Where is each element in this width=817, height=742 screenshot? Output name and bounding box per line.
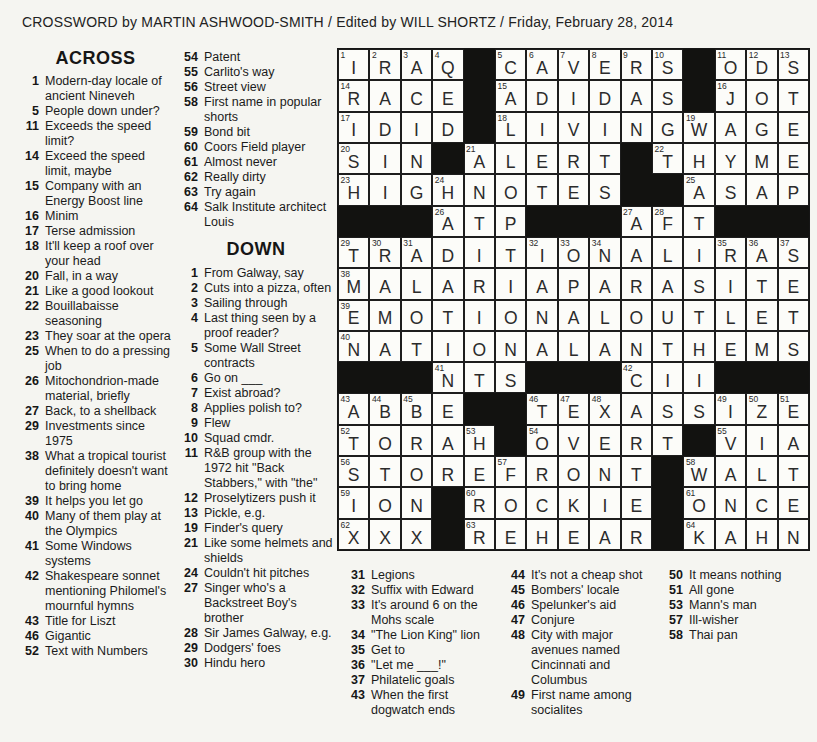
grid-cell[interactable]: 26A — [432, 206, 463, 237]
cell-number: 44 — [372, 394, 381, 404]
grid-cell[interactable]: 10S — [652, 49, 683, 80]
grid-cell[interactable]: I — [369, 143, 400, 174]
grid-cell[interactable]: A — [746, 174, 777, 205]
grid-cell[interactable]: L — [589, 300, 620, 331]
across-clues-main: 1Modern-day locale of ancient Nineveh5Pe… — [18, 74, 173, 659]
grid-cell[interactable]: 37S — [778, 237, 809, 268]
grid-cell[interactable]: N — [401, 487, 432, 518]
clue-text: Investments since 1975 — [45, 419, 173, 449]
grid-cell[interactable]: 35R — [715, 237, 746, 268]
clue-number: 58 — [177, 95, 198, 125]
grid-cell[interactable]: 3A — [401, 49, 432, 80]
grid-cell[interactable]: G — [746, 112, 777, 143]
cell-letter: H — [347, 185, 360, 203]
grid-cell[interactable]: T — [589, 143, 620, 174]
crossword-grid: 1I2R3A4Q5C6A7V8E9R10S11O12D13S14RACE15AD… — [337, 48, 810, 551]
grid-cell[interactable]: 60R — [464, 487, 495, 518]
grid-cell[interactable]: 18L — [495, 112, 526, 143]
block-cell — [526, 362, 557, 393]
grid-cell[interactable]: T — [746, 268, 777, 299]
grid-cell[interactable]: I — [401, 112, 432, 143]
grid-cell[interactable]: S — [715, 174, 746, 205]
grid-cell[interactable]: A — [589, 331, 620, 362]
grid-cell[interactable]: O — [369, 487, 400, 518]
cell-letter: L — [726, 310, 736, 328]
grid-cell[interactable]: 53H — [464, 425, 495, 456]
grid-cell[interactable]: O — [401, 456, 432, 487]
grid-cell[interactable]: 51E — [778, 393, 809, 424]
grid-cell[interactable]: A — [589, 519, 620, 550]
grid-cell[interactable]: 22T — [652, 143, 683, 174]
grid-cell[interactable]: 12D — [746, 49, 777, 80]
grid-cell[interactable]: R — [432, 456, 463, 487]
grid-cell[interactable]: I — [432, 331, 463, 362]
grid-cell[interactable]: S — [778, 331, 809, 362]
grid-cell[interactable]: A — [621, 237, 652, 268]
cell-letter: M — [755, 154, 770, 172]
grid-cell[interactable]: A — [715, 112, 746, 143]
grid-cell[interactable]: E — [495, 519, 526, 550]
grid-cell[interactable]: I — [589, 112, 620, 143]
clue-item: 29Dodgers' foes — [177, 641, 335, 656]
cell-letter: X — [599, 404, 611, 422]
grid-cell[interactable]: N — [589, 456, 620, 487]
block-cell — [778, 206, 809, 237]
grid-cell[interactable]: T — [778, 456, 809, 487]
grid-cell[interactable]: M — [746, 143, 777, 174]
grid-cell[interactable]: N — [526, 300, 557, 331]
grid-cell[interactable]: I — [495, 268, 526, 299]
grid-cell[interactable]: O — [746, 80, 777, 111]
grid-cell[interactable]: O — [621, 300, 652, 331]
grid-cell[interactable]: 24H — [432, 174, 463, 205]
cell-letter: I — [351, 60, 356, 78]
cell-letter: H — [693, 342, 706, 360]
grid-cell[interactable]: N — [495, 331, 526, 362]
grid-cell[interactable]: A — [369, 80, 400, 111]
grid-cell[interactable]: H — [746, 519, 777, 550]
clue-text: Ill-wisher — [689, 613, 738, 628]
grid-cell[interactable]: I — [683, 237, 714, 268]
cell-letter: E — [442, 91, 454, 109]
grid-cell[interactable]: L — [746, 456, 777, 487]
grid-cell[interactable]: 16J — [715, 80, 746, 111]
grid-cell[interactable]: O — [558, 456, 589, 487]
grid-cell[interactable]: 13S — [778, 49, 809, 80]
grid-cell[interactable]: 36A — [746, 237, 777, 268]
grid-cell[interactable]: R — [526, 456, 557, 487]
grid-cell[interactable]: E — [715, 331, 746, 362]
grid-cell[interactable]: T — [401, 331, 432, 362]
grid-cell[interactable]: T — [495, 237, 526, 268]
grid-cell[interactable]: T — [683, 300, 714, 331]
grid-cell[interactable]: 39E — [338, 300, 369, 331]
grid-cell[interactable]: E — [746, 300, 777, 331]
grid-cell[interactable]: T — [683, 206, 714, 237]
cell-letter: T — [662, 342, 673, 360]
clue-item: 39It helps you let go — [18, 494, 173, 509]
grid-cell[interactable]: R — [621, 425, 652, 456]
clue-text: Cuts into a pizza, often — [204, 281, 331, 296]
grid-cell[interactable]: Y — [715, 143, 746, 174]
clue-text: Some Windows systems — [45, 539, 173, 569]
grid-cell[interactable]: S — [683, 393, 714, 424]
grid-cell[interactable]: 58W — [683, 456, 714, 487]
cell-letter: T — [631, 467, 642, 485]
grid-cell[interactable]: I — [526, 112, 557, 143]
grid-cell[interactable]: H — [526, 519, 557, 550]
grid-cell[interactable]: C — [526, 487, 557, 518]
cell-number: 12 — [749, 50, 758, 60]
clue-item: 49First name among socialites — [504, 688, 663, 718]
grid-cell[interactable]: 40N — [338, 331, 369, 362]
grid-cell[interactable]: 28F — [652, 206, 683, 237]
grid-cell[interactable]: 48X — [589, 393, 620, 424]
clue-number: 29 — [177, 641, 198, 656]
grid-cell[interactable]: N — [464, 174, 495, 205]
clue-item: 13Pickle, e.g. — [177, 506, 335, 521]
clue-text: Try again — [204, 185, 256, 200]
clue-number: 35 — [344, 643, 365, 658]
grid-cell[interactable]: S — [652, 80, 683, 111]
grid-cell[interactable]: T — [432, 300, 463, 331]
clue-item: 44It's not a cheap shot — [504, 568, 663, 583]
cell-letter: E — [725, 342, 737, 360]
grid-cell[interactable]: 52T — [338, 425, 369, 456]
cell-number: 13 — [780, 50, 789, 60]
grid-cell[interactable]: R — [401, 425, 432, 456]
cell-letter: O — [504, 310, 518, 328]
block-cell — [778, 362, 809, 393]
cell-letter: H — [442, 185, 455, 203]
grid-cell[interactable]: 20S — [338, 143, 369, 174]
block-cell — [432, 143, 463, 174]
grid-cell[interactable]: 30R — [369, 237, 400, 268]
grid-cell[interactable]: L — [715, 300, 746, 331]
grid-cell[interactable]: E — [589, 425, 620, 456]
clue-item: 61Almost never — [177, 155, 335, 170]
cell-letter: D — [536, 91, 549, 109]
grid-cell[interactable]: N — [401, 143, 432, 174]
grid-cell[interactable]: 11O — [715, 49, 746, 80]
cell-letter: T — [505, 248, 516, 266]
grid-cell[interactable]: 46T — [526, 393, 557, 424]
grid-cell[interactable]: I — [369, 174, 400, 205]
cell-letter: T — [694, 216, 705, 234]
grid-cell[interactable]: E — [558, 174, 589, 205]
cell-letter: Z — [757, 404, 768, 422]
grid-cell[interactable]: O — [495, 300, 526, 331]
grid-cell[interactable]: 21A — [464, 143, 495, 174]
block-cell — [652, 456, 683, 487]
grid-cell[interactable]: P — [495, 206, 526, 237]
grid-cell[interactable]: P — [558, 268, 589, 299]
down-clues-col2: 31Legions32Suffix with Edward33It's arou… — [344, 568, 497, 718]
grid-cell[interactable]: K — [558, 487, 589, 518]
grid-cell[interactable]: 43A — [338, 393, 369, 424]
cell-letter: I — [728, 404, 733, 422]
grid-cell[interactable]: A — [526, 331, 557, 362]
grid-cell[interactable]: 2R — [369, 49, 400, 80]
bottom-middle-column: 44It's not a cheap shot45Bombers' locale… — [504, 568, 663, 718]
grid-cell[interactable]: D — [432, 237, 463, 268]
grid-cell[interactable]: 9R — [621, 49, 652, 80]
grid-cell[interactable]: S — [495, 362, 526, 393]
clue-number: 23 — [18, 329, 39, 344]
grid-cell[interactable]: 41N — [432, 362, 463, 393]
cell-number: 3 — [403, 50, 408, 60]
grid-cell[interactable]: L — [652, 237, 683, 268]
grid-cell[interactable]: A — [369, 331, 400, 362]
grid-cell[interactable]: X — [369, 519, 400, 550]
grid-cell[interactable]: V — [558, 112, 589, 143]
grid-cell[interactable]: X — [401, 519, 432, 550]
grid-cell[interactable]: R — [621, 519, 652, 550]
grid-cell[interactable]: O — [464, 331, 495, 362]
grid-cell[interactable]: L — [558, 331, 589, 362]
grid-cell[interactable]: S — [589, 174, 620, 205]
cell-letter: E — [787, 154, 799, 172]
grid-cell[interactable]: E — [558, 519, 589, 550]
cell-letter: S — [662, 404, 674, 422]
grid-cell[interactable]: E — [526, 143, 557, 174]
grid-cell[interactable]: T — [652, 331, 683, 362]
cell-letter: N — [599, 467, 612, 485]
grid-cell[interactable]: E — [778, 487, 809, 518]
grid-cell[interactable]: 50Z — [746, 393, 777, 424]
grid-cell[interactable]: T — [621, 456, 652, 487]
cell-letter: A — [348, 404, 360, 422]
clue-number: 9 — [177, 416, 198, 431]
cell-letter: X — [348, 530, 360, 548]
grid-cell[interactable]: L — [495, 143, 526, 174]
grid-cell[interactable]: N — [621, 112, 652, 143]
grid-cell[interactable]: 7V — [558, 49, 589, 80]
grid-cell[interactable]: 27A — [621, 206, 652, 237]
grid-cell[interactable]: 17I — [338, 112, 369, 143]
grid-cell[interactable]: 49I — [715, 393, 746, 424]
grid-cell[interactable]: 45B — [401, 393, 432, 424]
cell-letter: T — [537, 185, 548, 203]
clue-text: Shakespeare sonnet mentioning Philomel's… — [45, 569, 173, 614]
grid-cell[interactable]: M — [746, 331, 777, 362]
cell-number: 46 — [529, 394, 538, 404]
grid-cell[interactable]: G — [401, 174, 432, 205]
grid-cell[interactable]: E — [432, 393, 463, 424]
cell-letter: S — [725, 185, 737, 203]
clue-text: Conjure — [531, 613, 575, 628]
grid-cell[interactable]: T — [778, 80, 809, 111]
grid-cell[interactable]: 62X — [338, 519, 369, 550]
grid-cell[interactable]: 29T — [338, 237, 369, 268]
grid-cell[interactable]: 38M — [338, 268, 369, 299]
grid-cell[interactable]: A — [432, 268, 463, 299]
grid-cell[interactable]: E — [778, 143, 809, 174]
cell-letter: T — [537, 404, 548, 422]
grid-cell[interactable]: T — [464, 206, 495, 237]
grid-cell[interactable]: T — [526, 174, 557, 205]
grid-cell[interactable]: T — [652, 425, 683, 456]
grid-cell[interactable]: E — [464, 456, 495, 487]
grid-cell[interactable]: A — [778, 425, 809, 456]
grid-cell[interactable]: 25A — [683, 174, 714, 205]
cell-letter: R — [473, 530, 486, 548]
cell-number: 60 — [466, 488, 475, 498]
cell-number: 8 — [592, 50, 597, 60]
grid-cell[interactable]: 32I — [526, 237, 557, 268]
block-cell — [683, 49, 714, 80]
grid-cell[interactable]: 1I — [338, 49, 369, 80]
grid-cell[interactable]: S — [652, 393, 683, 424]
clue-text: Singer who's a Backstreet Boy's brother — [204, 581, 335, 626]
grid-cell[interactable]: O — [495, 174, 526, 205]
grid-cell[interactable]: 57F — [495, 456, 526, 487]
clue-number: 48 — [504, 628, 525, 688]
grid-cell[interactable]: S — [683, 268, 714, 299]
grid-cell[interactable]: 5C — [495, 49, 526, 80]
grid-cell[interactable]: I — [715, 268, 746, 299]
grid-cell[interactable]: D — [369, 112, 400, 143]
clue-number: 36 — [344, 658, 365, 673]
clue-text: Some Wall Street contracts — [204, 341, 335, 371]
grid-cell[interactable]: 64K — [683, 519, 714, 550]
grid-cell[interactable]: 54O — [526, 425, 557, 456]
grid-cell[interactable]: 23H — [338, 174, 369, 205]
cell-letter: E — [505, 530, 517, 548]
cell-number: 38 — [341, 269, 350, 279]
clue-text: Exceeds the speed limit? — [45, 119, 173, 149]
grid-cell[interactable]: R — [558, 143, 589, 174]
grid-cell[interactable]: I — [464, 237, 495, 268]
grid-cell[interactable]: A — [558, 300, 589, 331]
grid-cell[interactable]: I — [746, 425, 777, 456]
grid-cell[interactable]: 8E — [589, 49, 620, 80]
grid-cell[interactable]: H — [683, 331, 714, 362]
grid-cell[interactable]: 61O — [683, 487, 714, 518]
grid-cell[interactable]: T — [778, 300, 809, 331]
grid-cell[interactable]: N — [621, 331, 652, 362]
grid-cell[interactable]: H — [683, 143, 714, 174]
grid-cell[interactable]: N — [778, 519, 809, 550]
clue-number: 6 — [177, 371, 198, 386]
grid-cell[interactable]: T — [464, 362, 495, 393]
grid-cell[interactable]: L — [401, 268, 432, 299]
grid-cell[interactable]: 15A — [495, 80, 526, 111]
grid-cell[interactable]: O — [495, 487, 526, 518]
grid-cell[interactable]: 19W — [683, 112, 714, 143]
clue-item: 4Last thing seen by a proof reader? — [177, 311, 335, 341]
cell-letter: N — [410, 498, 423, 516]
grid-cell[interactable]: 33O — [558, 237, 589, 268]
grid-cell[interactable]: V — [558, 425, 589, 456]
clue-item: 6Go on ___ — [177, 371, 335, 386]
grid-cell[interactable]: I — [558, 80, 589, 111]
clue-text: Bombers' locale — [531, 583, 620, 598]
cell-letter: S — [787, 342, 799, 360]
grid-cell[interactable]: A — [589, 268, 620, 299]
grid-cell[interactable]: 6A — [526, 49, 557, 80]
grid-cell[interactable]: A — [715, 519, 746, 550]
grid-cell[interactable]: I — [683, 362, 714, 393]
cell-letter: A — [536, 342, 548, 360]
clue-item: 26Mitochondrion-made material, briefly — [18, 374, 173, 404]
grid-cell[interactable]: 59I — [338, 487, 369, 518]
grid-cell[interactable]: A — [369, 268, 400, 299]
clue-item: 55Carlito's way — [177, 65, 335, 80]
grid-cell[interactable]: A — [621, 393, 652, 424]
clue-number: 37 — [344, 673, 365, 688]
grid-cell[interactable]: P — [778, 174, 809, 205]
clue-text: Flew — [204, 416, 230, 431]
cell-number: 29 — [341, 238, 350, 248]
grid-cell[interactable]: 63R — [464, 519, 495, 550]
grid-cell[interactable]: U — [652, 300, 683, 331]
grid-cell[interactable]: E — [621, 487, 652, 518]
clue-text: Applies polish to? — [204, 401, 302, 416]
cell-letter: E — [473, 467, 485, 485]
grid-cell[interactable]: 4Q — [432, 49, 463, 80]
grid-cell[interactable]: 42C — [621, 362, 652, 393]
cell-number: 35 — [717, 238, 726, 248]
grid-cell[interactable]: 14R — [338, 80, 369, 111]
grid-cell[interactable]: E — [432, 80, 463, 111]
grid-cell[interactable]: A — [432, 425, 463, 456]
grid-cell[interactable]: 31A — [401, 237, 432, 268]
clue-text: Text with Numbers — [45, 644, 148, 659]
grid-cell[interactable]: D — [432, 112, 463, 143]
cell-letter: T — [788, 467, 799, 485]
grid-cell[interactable]: E — [778, 268, 809, 299]
cell-letter: O — [567, 248, 581, 266]
cell-letter: E — [348, 310, 360, 328]
down-clues-main: 1From Galway, say2Cuts into a pizza, oft… — [177, 266, 335, 671]
grid-cell[interactable]: A — [652, 268, 683, 299]
grid-cell[interactable]: I — [464, 300, 495, 331]
grid-cell[interactable]: 55V — [715, 425, 746, 456]
cell-number: 16 — [717, 81, 726, 91]
cell-letter: D — [442, 122, 455, 140]
clue-item: 11Exceeds the speed limit? — [18, 119, 173, 149]
clue-number: 59 — [177, 125, 198, 140]
grid-cell[interactable]: 47E — [558, 393, 589, 424]
grid-cell[interactable]: A — [715, 456, 746, 487]
grid-cell[interactable]: R — [621, 268, 652, 299]
grid-cell[interactable]: M — [369, 300, 400, 331]
grid-cell[interactable]: R — [464, 268, 495, 299]
grid-cell[interactable]: O — [369, 425, 400, 456]
grid-cell[interactable]: C — [746, 487, 777, 518]
clue-item: 11R&B group with the 1972 hit "Back Stab… — [177, 446, 335, 491]
grid-cell[interactable]: A — [621, 80, 652, 111]
cell-letter: A — [725, 530, 737, 548]
grid-cell[interactable]: T — [369, 456, 400, 487]
grid-cell[interactable]: G — [652, 112, 683, 143]
cell-letter: N — [599, 248, 612, 266]
grid-cell[interactable]: D — [526, 80, 557, 111]
grid-cell[interactable]: O — [401, 300, 432, 331]
grid-cell[interactable]: A — [526, 268, 557, 299]
grid-cell[interactable]: E — [778, 112, 809, 143]
cell-letter: E — [787, 404, 799, 422]
grid-cell[interactable]: I — [589, 487, 620, 518]
grid-cell[interactable]: D — [589, 80, 620, 111]
grid-cell[interactable]: I — [652, 362, 683, 393]
grid-cell[interactable]: N — [715, 487, 746, 518]
grid-cell[interactable]: 56S — [338, 456, 369, 487]
grid-cell[interactable]: 34N — [589, 237, 620, 268]
grid-cell[interactable]: 44B — [369, 393, 400, 424]
grid-cell[interactable]: C — [401, 80, 432, 111]
